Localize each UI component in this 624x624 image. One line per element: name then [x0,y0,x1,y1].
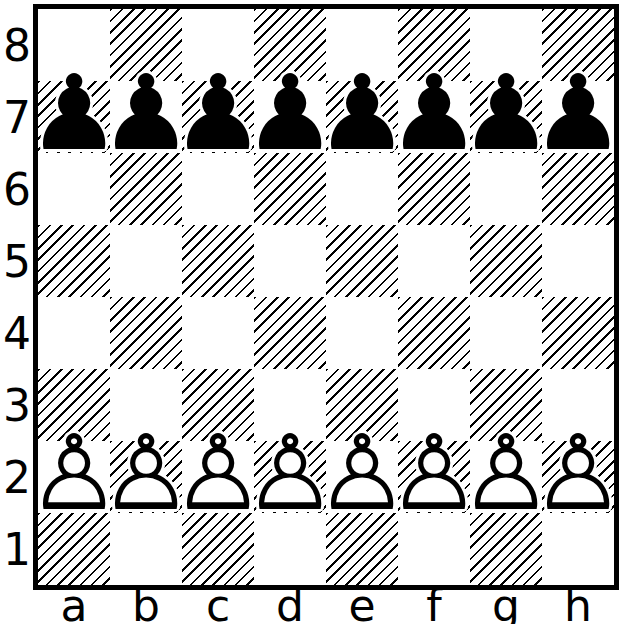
square-e6[interactable] [326,153,398,225]
square-d6[interactable] [254,153,326,225]
square-c1[interactable] [182,513,254,585]
square-e4[interactable] [326,297,398,369]
square-d4[interactable] [254,297,326,369]
file-label-g: g [470,588,542,624]
file-labels: abcdefgh [38,588,614,624]
square-h1[interactable] [542,513,614,585]
square-a6[interactable] [38,153,110,225]
rank-label-4: 4 [0,297,31,369]
chess-diagram: 87654321 ♟♟♟♟♟♟♟♟♟♟♟♟♟♟♟♟♟♙♟♙♟♙♟♙♟♙♟♙♟♙♟… [0,0,624,624]
square-e1[interactable] [326,513,398,585]
square-f6[interactable] [398,153,470,225]
rank-labels: 87654321 [0,9,31,585]
white-pawn[interactable]: ♟♙ [542,441,614,513]
white-pawn-glyph: ♙ [531,421,624,525]
file-label-f: f [398,588,470,624]
rank-label-1: 1 [0,513,31,585]
file-label-e: e [326,588,398,624]
square-g1[interactable] [470,513,542,585]
square-g5[interactable] [470,225,542,297]
square-b1[interactable] [110,513,182,585]
square-h7[interactable]: ♟♟ [542,81,614,153]
file-label-h: h [542,588,614,624]
rank-label-6: 6 [0,153,31,225]
rank-label-3: 3 [0,369,31,441]
square-f1[interactable] [398,513,470,585]
square-b6[interactable] [110,153,182,225]
square-h6[interactable] [542,153,614,225]
file-label-c: c [182,588,254,624]
rank-label-8: 8 [0,9,31,81]
square-b5[interactable] [110,225,182,297]
square-d5[interactable] [254,225,326,297]
square-d1[interactable] [254,513,326,585]
square-b4[interactable] [110,297,182,369]
square-c6[interactable] [182,153,254,225]
square-f5[interactable] [398,225,470,297]
square-c4[interactable] [182,297,254,369]
square-f4[interactable] [398,297,470,369]
square-h5[interactable] [542,225,614,297]
black-pawn-glyph: ♟ [531,61,624,165]
square-g4[interactable] [470,297,542,369]
file-label-d: d [254,588,326,624]
rank-label-5: 5 [0,225,31,297]
rank-label-7: 7 [0,81,31,153]
square-a1[interactable] [38,513,110,585]
square-g6[interactable] [470,153,542,225]
square-h2[interactable]: ♟♙ [542,441,614,513]
square-a5[interactable] [38,225,110,297]
rank-label-2: 2 [0,441,31,513]
file-label-a: a [38,588,110,624]
square-e5[interactable] [326,225,398,297]
black-pawn[interactable]: ♟♟ [542,81,614,153]
file-label-b: b [110,588,182,624]
square-h4[interactable] [542,297,614,369]
square-c5[interactable] [182,225,254,297]
chess-board: ♟♟♟♟♟♟♟♟♟♟♟♟♟♟♟♟♟♙♟♙♟♙♟♙♟♙♟♙♟♙♟♙ [33,4,619,590]
square-a4[interactable] [38,297,110,369]
